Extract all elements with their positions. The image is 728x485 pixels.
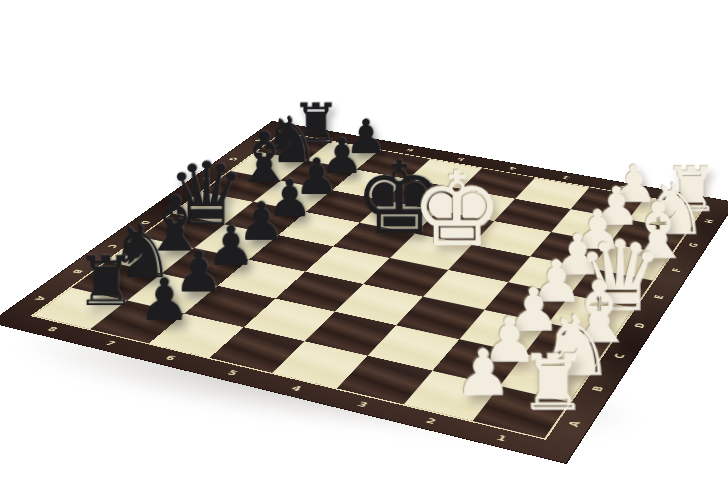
piece-white-pawn-a2[interactable]: ♟ xyxy=(454,344,511,402)
piece-white-king-e4[interactable]: ♚ xyxy=(411,163,502,257)
photo-scene: ABCDEFGH ABCDEFGH 87654321 87654321 ♜♞♝♛… xyxy=(0,0,728,485)
piece-black-pawn-a7[interactable]: ♟ xyxy=(137,273,190,327)
piece-white-rook-a1[interactable]: ♜ xyxy=(518,348,587,418)
piece-black-rook-a8[interactable]: ♜ xyxy=(75,251,136,314)
